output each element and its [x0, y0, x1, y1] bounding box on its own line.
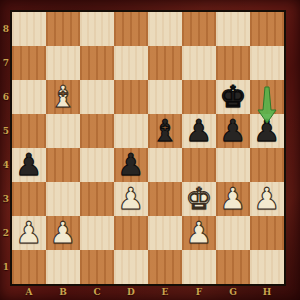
square-f6[interactable]: [182, 80, 216, 114]
square-c7[interactable]: [80, 46, 114, 80]
rank-label-8: 8: [0, 12, 12, 46]
file-label-G: G: [216, 284, 250, 300]
square-c2[interactable]: [80, 216, 114, 250]
square-f5[interactable]: ♟: [182, 114, 216, 148]
square-d5[interactable]: [114, 114, 148, 148]
piece-black-bishop[interactable]: ♝: [152, 114, 179, 148]
square-b4[interactable]: [46, 148, 80, 182]
rank-label-2: 2: [0, 216, 12, 250]
square-e3[interactable]: [148, 182, 182, 216]
square-a8[interactable]: [12, 12, 46, 46]
square-e2[interactable]: [148, 216, 182, 250]
file-label-F: F: [182, 284, 216, 300]
square-a7[interactable]: [12, 46, 46, 80]
square-d6[interactable]: [114, 80, 148, 114]
square-g8[interactable]: [216, 12, 250, 46]
piece-white-pawn[interactable]: ♟: [118, 182, 145, 216]
piece-white-pawn[interactable]: ♟: [186, 216, 213, 250]
chess-board: ♝♚♝♟♟♟♟♟♟♚♟♟♟♟♟: [12, 12, 284, 284]
square-e5[interactable]: ♝: [148, 114, 182, 148]
square-b2[interactable]: ♟: [46, 216, 80, 250]
square-d4[interactable]: ♟: [114, 148, 148, 182]
file-label-H: H: [250, 284, 284, 300]
piece-white-pawn[interactable]: ♟: [50, 216, 77, 250]
square-h1[interactable]: [250, 250, 284, 284]
square-g7[interactable]: [216, 46, 250, 80]
square-b3[interactable]: [46, 182, 80, 216]
piece-black-pawn[interactable]: ♟: [118, 148, 145, 182]
chess-board-frame: ♝♚♝♟♟♟♟♟♟♚♟♟♟♟♟ 87654321 ABCDEFGH: [0, 0, 300, 300]
square-a1[interactable]: [12, 250, 46, 284]
file-label-B: B: [46, 284, 80, 300]
piece-black-pawn[interactable]: ♟: [16, 148, 43, 182]
square-a3[interactable]: [12, 182, 46, 216]
square-h6[interactable]: [250, 80, 284, 114]
rank-label-5: 5: [0, 114, 12, 148]
square-h3[interactable]: ♟: [250, 182, 284, 216]
square-g2[interactable]: [216, 216, 250, 250]
square-c8[interactable]: [80, 12, 114, 46]
square-c1[interactable]: [80, 250, 114, 284]
square-b1[interactable]: [46, 250, 80, 284]
square-b7[interactable]: [46, 46, 80, 80]
square-e8[interactable]: [148, 12, 182, 46]
square-c3[interactable]: [80, 182, 114, 216]
square-a2[interactable]: ♟: [12, 216, 46, 250]
piece-white-pawn[interactable]: ♟: [220, 182, 247, 216]
piece-white-bishop[interactable]: ♝: [50, 80, 77, 114]
square-c4[interactable]: [80, 148, 114, 182]
square-h5[interactable]: ♟: [250, 114, 284, 148]
square-c6[interactable]: [80, 80, 114, 114]
square-b6[interactable]: ♝: [46, 80, 80, 114]
square-h2[interactable]: [250, 216, 284, 250]
rank-label-4: 4: [0, 148, 12, 182]
piece-black-pawn[interactable]: ♟: [254, 114, 281, 148]
square-e6[interactable]: [148, 80, 182, 114]
piece-black-pawn[interactable]: ♟: [186, 114, 213, 148]
square-g4[interactable]: [216, 148, 250, 182]
square-f3[interactable]: ♚: [182, 182, 216, 216]
square-f2[interactable]: ♟: [182, 216, 216, 250]
square-b8[interactable]: [46, 12, 80, 46]
square-d1[interactable]: [114, 250, 148, 284]
file-label-D: D: [114, 284, 148, 300]
square-h4[interactable]: [250, 148, 284, 182]
rank-label-3: 3: [0, 182, 12, 216]
rank-label-1: 1: [0, 250, 12, 284]
square-g1[interactable]: [216, 250, 250, 284]
file-label-E: E: [148, 284, 182, 300]
rank-label-7: 7: [0, 46, 12, 80]
piece-white-pawn[interactable]: ♟: [254, 182, 281, 216]
square-a4[interactable]: ♟: [12, 148, 46, 182]
square-d2[interactable]: [114, 216, 148, 250]
square-g6[interactable]: ♚: [216, 80, 250, 114]
piece-black-king[interactable]: ♚: [220, 80, 247, 114]
square-g3[interactable]: ♟: [216, 182, 250, 216]
rank-labels: 87654321: [0, 12, 12, 284]
square-f8[interactable]: [182, 12, 216, 46]
square-d8[interactable]: [114, 12, 148, 46]
square-a5[interactable]: [12, 114, 46, 148]
piece-white-pawn[interactable]: ♟: [16, 216, 43, 250]
square-f4[interactable]: [182, 148, 216, 182]
file-labels: ABCDEFGH: [12, 284, 284, 300]
square-e7[interactable]: [148, 46, 182, 80]
file-label-A: A: [12, 284, 46, 300]
file-label-C: C: [80, 284, 114, 300]
square-g5[interactable]: ♟: [216, 114, 250, 148]
rank-label-6: 6: [0, 80, 12, 114]
square-f7[interactable]: [182, 46, 216, 80]
square-e4[interactable]: [148, 148, 182, 182]
square-h7[interactable]: [250, 46, 284, 80]
piece-black-pawn[interactable]: ♟: [220, 114, 247, 148]
square-h8[interactable]: [250, 12, 284, 46]
square-f1[interactable]: [182, 250, 216, 284]
square-d3[interactable]: ♟: [114, 182, 148, 216]
square-a6[interactable]: [12, 80, 46, 114]
square-e1[interactable]: [148, 250, 182, 284]
square-d7[interactable]: [114, 46, 148, 80]
square-b5[interactable]: [46, 114, 80, 148]
piece-white-king[interactable]: ♚: [186, 182, 213, 216]
square-c5[interactable]: [80, 114, 114, 148]
